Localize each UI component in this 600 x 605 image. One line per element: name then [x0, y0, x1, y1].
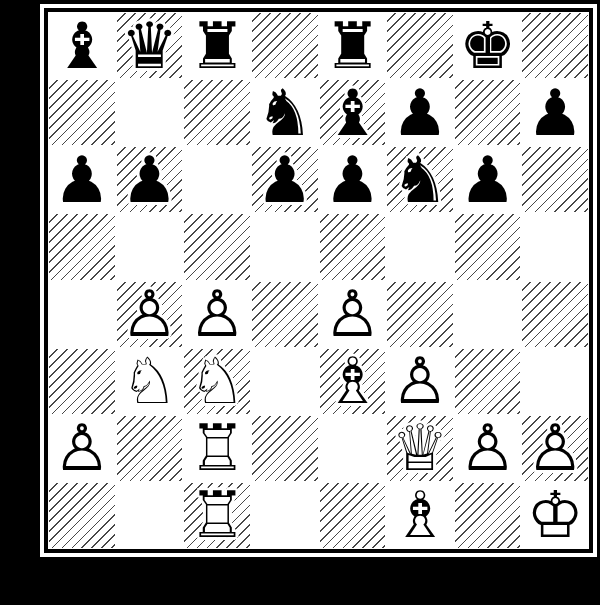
piece-black-pawn: ♟♟ [251, 146, 319, 213]
piece-black-knight: ♞♞ [251, 79, 319, 146]
white-pawn-glyph: ♙ [391, 349, 448, 413]
square-f3[interactable]: ♟♙ [386, 348, 454, 415]
piece-white-rook: ♜♖ [183, 415, 251, 482]
piece-white-pawn: ♟♙ [319, 281, 387, 348]
square-c2[interactable]: ♜♖ [183, 415, 251, 482]
square-f4[interactable] [386, 281, 454, 348]
square-d7[interactable]: ♞♞ [251, 79, 319, 146]
piece-black-queen: ♛♛ [116, 12, 184, 79]
piece-white-pawn: ♟♙ [183, 281, 251, 348]
black-pawn-glyph: ♟ [391, 81, 448, 145]
piece-black-king: ♚♚ [454, 12, 522, 79]
square-b1[interactable] [116, 482, 184, 549]
square-h1[interactable]: ♚♔ [521, 482, 589, 549]
white-rook-glyph: ♖ [188, 416, 245, 480]
black-rook-glyph: ♜ [188, 14, 245, 78]
piece-black-rook: ♜♜ [319, 12, 387, 79]
piece-white-bishop: ♝♗ [319, 348, 387, 415]
square-e3[interactable]: ♝♗ [319, 348, 387, 415]
black-pawn-glyph: ♟ [459, 148, 516, 212]
black-queen-glyph: ♛ [121, 14, 178, 78]
square-a1[interactable] [48, 482, 116, 549]
square-h8[interactable] [521, 12, 589, 79]
square-e5[interactable] [319, 213, 387, 280]
piece-white-bishop: ♝♗ [386, 482, 454, 549]
board-frame: ♝♝♛♛♜♜♜♜♚♚♞♞♝♝♟♟♟♟♟♟♟♟♟♟♟♟♞♞♟♟♟♙♟♙♟♙♞♘♞♘… [44, 8, 593, 553]
white-knight-glyph: ♘ [121, 349, 178, 413]
square-f6[interactable]: ♞♞ [386, 146, 454, 213]
piece-white-knight: ♞♘ [183, 348, 251, 415]
square-d5[interactable] [251, 213, 319, 280]
square-h4[interactable] [521, 281, 589, 348]
square-a7[interactable] [48, 79, 116, 146]
black-knight-glyph: ♞ [256, 81, 313, 145]
square-e6[interactable]: ♟♟ [319, 146, 387, 213]
white-bishop-glyph: ♗ [391, 483, 448, 547]
black-pawn-glyph: ♟ [53, 148, 110, 212]
piece-black-pawn: ♟♟ [319, 146, 387, 213]
square-e8[interactable]: ♜♜ [319, 12, 387, 79]
square-d6[interactable]: ♟♟ [251, 146, 319, 213]
black-king-glyph: ♚ [459, 14, 516, 78]
square-b7[interactable] [116, 79, 184, 146]
square-d8[interactable] [251, 12, 319, 79]
square-g6[interactable]: ♟♟ [454, 146, 522, 213]
square-a4[interactable] [48, 281, 116, 348]
piece-white-pawn: ♟♙ [48, 415, 116, 482]
piece-black-pawn: ♟♟ [454, 146, 522, 213]
square-f2[interactable]: ♛♕ [386, 415, 454, 482]
white-king-glyph: ♔ [527, 483, 584, 547]
square-c7[interactable] [183, 79, 251, 146]
white-rook-glyph: ♖ [188, 483, 245, 547]
square-e7[interactable]: ♝♝ [319, 79, 387, 146]
square-b5[interactable] [116, 213, 184, 280]
white-bishop-glyph: ♗ [324, 349, 381, 413]
white-knight-glyph: ♘ [188, 349, 245, 413]
piece-white-rook: ♜♖ [183, 482, 251, 549]
diagram-page: ♝♝♛♛♜♜♜♜♚♚♞♞♝♝♟♟♟♟♟♟♟♟♟♟♟♟♞♞♟♟♟♙♟♙♟♙♞♘♞♘… [40, 4, 597, 557]
white-pawn-glyph: ♙ [121, 282, 178, 346]
black-knight-glyph: ♞ [391, 148, 448, 212]
piece-white-pawn: ♟♙ [386, 348, 454, 415]
black-pawn-glyph: ♟ [324, 148, 381, 212]
square-a3[interactable] [48, 348, 116, 415]
white-pawn-glyph: ♙ [188, 282, 245, 346]
piece-black-pawn: ♟♟ [521, 79, 589, 146]
black-pawn-glyph: ♟ [256, 148, 313, 212]
square-h6[interactable] [521, 146, 589, 213]
square-g2[interactable]: ♟♙ [454, 415, 522, 482]
square-d4[interactable] [251, 281, 319, 348]
square-g1[interactable] [454, 482, 522, 549]
piece-black-bishop: ♝♝ [319, 79, 387, 146]
piece-black-bishop: ♝♝ [48, 12, 116, 79]
white-pawn-glyph: ♙ [324, 282, 381, 346]
square-d3[interactable] [251, 348, 319, 415]
piece-white-knight: ♞♘ [116, 348, 184, 415]
black-bishop-glyph: ♝ [324, 81, 381, 145]
black-pawn-glyph: ♟ [121, 148, 178, 212]
piece-white-pawn: ♟♙ [454, 415, 522, 482]
white-pawn-glyph: ♙ [527, 416, 584, 480]
square-e1[interactable] [319, 482, 387, 549]
square-f1[interactable]: ♝♗ [386, 482, 454, 549]
square-a8[interactable]: ♝♝ [48, 12, 116, 79]
square-a2[interactable]: ♟♙ [48, 415, 116, 482]
square-f5[interactable] [386, 213, 454, 280]
piece-black-rook: ♜♜ [183, 12, 251, 79]
square-h7[interactable]: ♟♟ [521, 79, 589, 146]
piece-white-queen: ♛♕ [386, 415, 454, 482]
white-pawn-glyph: ♙ [459, 416, 516, 480]
square-f7[interactable]: ♟♟ [386, 79, 454, 146]
square-d1[interactable] [251, 482, 319, 549]
square-c5[interactable] [183, 213, 251, 280]
square-f8[interactable] [386, 12, 454, 79]
square-g8[interactable]: ♚♚ [454, 12, 522, 79]
piece-white-king: ♚♔ [521, 482, 589, 549]
black-bishop-glyph: ♝ [53, 14, 110, 78]
square-a6[interactable]: ♟♟ [48, 146, 116, 213]
piece-white-pawn: ♟♙ [521, 415, 589, 482]
chess-board: ♝♝♛♛♜♜♜♜♚♚♞♞♝♝♟♟♟♟♟♟♟♟♟♟♟♟♞♞♟♟♟♙♟♙♟♙♞♘♞♘… [48, 12, 589, 549]
square-e4[interactable]: ♟♙ [319, 281, 387, 348]
square-b8[interactable]: ♛♛ [116, 12, 184, 79]
square-g7[interactable] [454, 79, 522, 146]
square-b4[interactable]: ♟♙ [116, 281, 184, 348]
square-a5[interactable] [48, 213, 116, 280]
square-b6[interactable]: ♟♟ [116, 146, 184, 213]
square-d2[interactable] [251, 415, 319, 482]
square-h2[interactable]: ♟♙ [521, 415, 589, 482]
piece-white-pawn: ♟♙ [116, 281, 184, 348]
piece-black-pawn: ♟♟ [116, 146, 184, 213]
square-c4[interactable]: ♟♙ [183, 281, 251, 348]
screenshot-background: ♝♝♛♛♜♜♜♜♚♚♞♞♝♝♟♟♟♟♟♟♟♟♟♟♟♟♞♞♟♟♟♙♟♙♟♙♞♘♞♘… [0, 0, 600, 605]
square-h3[interactable] [521, 348, 589, 415]
square-c6[interactable] [183, 146, 251, 213]
square-b2[interactable] [116, 415, 184, 482]
square-c8[interactable]: ♜♜ [183, 12, 251, 79]
piece-black-pawn: ♟♟ [48, 146, 116, 213]
square-h5[interactable] [521, 213, 589, 280]
square-g4[interactable] [454, 281, 522, 348]
piece-black-knight: ♞♞ [386, 146, 454, 213]
square-b3[interactable]: ♞♘ [116, 348, 184, 415]
black-pawn-glyph: ♟ [527, 81, 584, 145]
piece-black-pawn: ♟♟ [386, 79, 454, 146]
square-g5[interactable] [454, 213, 522, 280]
square-c1[interactable]: ♜♖ [183, 482, 251, 549]
square-g3[interactable] [454, 348, 522, 415]
white-queen-glyph: ♕ [391, 416, 448, 480]
square-c3[interactable]: ♞♘ [183, 348, 251, 415]
black-rook-glyph: ♜ [324, 14, 381, 78]
square-e2[interactable] [319, 415, 387, 482]
white-pawn-glyph: ♙ [53, 416, 110, 480]
